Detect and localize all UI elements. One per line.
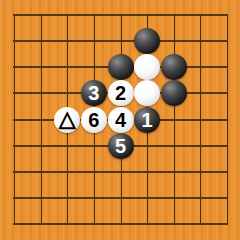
triangle-mark: △ [59, 108, 76, 130]
go-diagram: 32△6415 [0, 0, 240, 240]
grid-line-horizontal [13, 40, 227, 42]
go-stone-white-marked: △ [54, 107, 80, 133]
go-stone-white: 6 [81, 107, 107, 133]
go-stone-white [134, 54, 160, 80]
move-number-label: 2 [115, 83, 126, 103]
go-stone-black [108, 54, 134, 80]
move-number-label: 3 [88, 83, 99, 103]
go-stone-black: 5 [108, 133, 134, 159]
grid-line-vertical [174, 14, 175, 225]
go-board[interactable]: 32△6415 [0, 0, 240, 240]
go-stone-black [161, 80, 187, 106]
go-stone-white: 2 [108, 80, 134, 106]
move-number-label: 1 [142, 109, 153, 129]
go-stone-white [134, 80, 160, 106]
move-number-label: 4 [115, 109, 126, 129]
grid-line-vertical [227, 14, 228, 225]
grid-line-vertical [200, 14, 201, 225]
grid-line-horizontal [13, 171, 227, 173]
go-stone-black: 3 [81, 80, 107, 106]
go-stone-white: 4 [108, 107, 134, 133]
move-number-label: 6 [88, 109, 99, 129]
grid-line-horizontal [13, 223, 227, 225]
go-stone-black: 1 [134, 107, 160, 133]
move-number-label: 5 [115, 135, 126, 155]
grid-line-horizontal [13, 197, 227, 199]
go-stone-black [161, 54, 187, 80]
go-stone-black [134, 28, 160, 54]
grid-line-horizontal [13, 14, 227, 16]
